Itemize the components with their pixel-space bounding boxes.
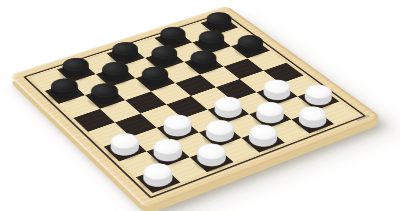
black-piece[interactable] [233, 40, 267, 57]
black-piece[interactable] [87, 88, 123, 107]
white-piece[interactable] [252, 107, 289, 127]
white-piece[interactable] [149, 143, 187, 165]
board-border-line [23, 12, 366, 198]
white-piece[interactable] [201, 125, 239, 146]
white-piece[interactable] [159, 120, 196, 141]
black-piece[interactable] [138, 71, 173, 90]
white-piece[interactable] [192, 149, 231, 171]
black-piece[interactable] [186, 55, 221, 73]
white-piece[interactable] [300, 89, 337, 108]
white-piece[interactable] [244, 130, 282, 151]
board-surface [9, 6, 383, 209]
black-piece[interactable] [47, 83, 82, 102]
product-photo-scene [0, 0, 400, 211]
white-piece[interactable] [106, 138, 144, 160]
checkers-board [9, 6, 383, 209]
board-grid [31, 16, 358, 193]
white-piece[interactable] [138, 168, 177, 191]
white-piece[interactable] [294, 112, 332, 132]
